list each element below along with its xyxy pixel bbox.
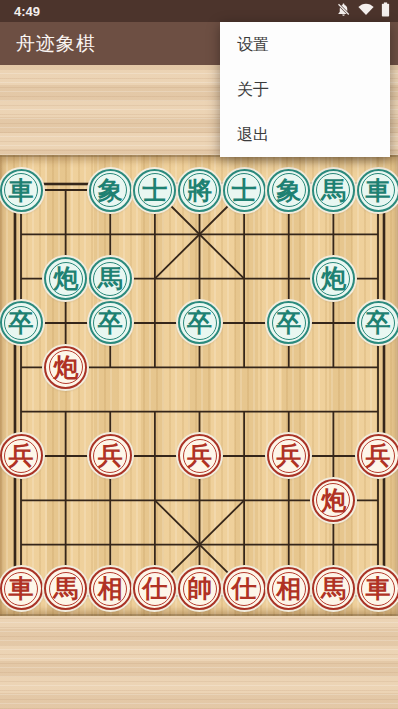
piece-red-相[interactable]: 相 [89,567,132,610]
piece-red-炮[interactable]: 炮 [44,346,87,389]
piece-black-炮[interactable]: 炮 [44,257,87,300]
notifications-off-icon [336,2,351,21]
piece-label: 將 [187,174,212,207]
piece-black-象[interactable]: 象 [89,169,132,212]
piece-label: 炮 [53,351,78,384]
last-move-to-marker [90,259,130,299]
piece-black-馬[interactable]: 馬 [312,169,355,212]
piece-label: 相 [276,572,301,605]
piece-label: 兵 [9,439,34,472]
piece-label: 仕 [232,572,257,605]
piece-label: 車 [366,572,391,605]
piece-label: 兵 [276,439,301,472]
piece-black-車[interactable]: 車 [357,169,398,212]
piece-label: 兵 [98,439,123,472]
menu-item-settings[interactable]: 设置 [220,22,390,67]
piece-black-象[interactable]: 象 [267,169,310,212]
piece-label: 相 [98,572,123,605]
piece-label: 兵 [187,439,212,472]
status-bar: 4:49 [0,0,398,22]
piece-label: 車 [9,174,34,207]
piece-label: 帥 [187,572,212,605]
piece-red-兵[interactable]: 兵 [89,434,132,477]
piece-label: 炮 [53,262,78,295]
piece-label: 卒 [366,306,391,339]
piece-label: 卒 [187,306,212,339]
piece-black-卒[interactable]: 卒 [0,301,43,344]
piece-red-兵[interactable]: 兵 [357,434,398,477]
piece-red-仕[interactable]: 仕 [223,567,266,610]
piece-label: 炮 [321,484,346,517]
menu-item-exit[interactable]: 退出 [220,112,390,157]
piece-black-士[interactable]: 士 [133,169,176,212]
piece-red-車[interactable]: 車 [357,567,398,610]
piece-black-炮[interactable]: 炮 [312,257,355,300]
piece-black-卒[interactable]: 卒 [89,301,132,344]
piece-label: 兵 [366,439,391,472]
piece-black-卒[interactable]: 卒 [357,301,398,344]
piece-label: 仕 [142,572,167,605]
app-title: 舟迹象棋 [16,31,96,57]
piece-red-炮[interactable]: 炮 [312,479,355,522]
piece-red-車[interactable]: 車 [0,567,43,610]
menu-item-about[interactable]: 关于 [220,67,390,112]
piece-red-兵[interactable]: 兵 [0,434,43,477]
piece-black-車[interactable]: 車 [0,169,43,212]
piece-label: 馬 [321,572,346,605]
piece-label: 炮 [321,262,346,295]
wifi-icon [358,2,374,20]
piece-label: 象 [276,174,301,207]
piece-label: 車 [9,572,34,605]
piece-black-士[interactable]: 士 [223,169,266,212]
cannon-point-marker [56,491,75,510]
options-menu: 设置 关于 退出 [220,22,390,157]
status-time: 4:49 [14,4,40,19]
last-move-from-marker [46,170,86,210]
piece-label: 士 [142,174,167,207]
piece-label: 士 [232,174,257,207]
board[interactable]: 車象士將士象馬車炮馬炮卒卒卒卒卒炮兵兵兵兵兵炮車馬相仕帥仕相馬車 [0,155,398,616]
piece-label: 象 [98,174,123,207]
piece-label: 卒 [9,306,34,339]
piece-black-將[interactable]: 將 [178,169,221,212]
piece-label: 車 [366,174,391,207]
piece-label: 馬 [53,572,78,605]
piece-label: 卒 [276,306,301,339]
piece-label: 卒 [98,306,123,339]
status-icons [336,2,390,21]
piece-label: 馬 [321,174,346,207]
battery-icon [381,2,390,21]
